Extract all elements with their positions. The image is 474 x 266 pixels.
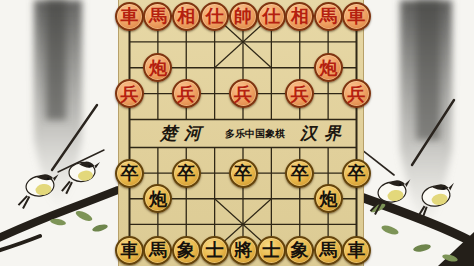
piece-black-advisor[interactable]: 士 bbox=[200, 236, 229, 265]
piece-black-advisor[interactable]: 士 bbox=[257, 236, 286, 265]
piece-black-elephant[interactable]: 象 bbox=[172, 236, 201, 265]
piece-black-horse[interactable]: 馬 bbox=[314, 236, 343, 265]
river-label-chu-he: 楚河 bbox=[153, 121, 215, 147]
piece-red-soldier[interactable]: 兵 bbox=[115, 79, 144, 108]
right-ink-painting bbox=[364, 0, 474, 266]
left-ink-painting-svg bbox=[0, 0, 118, 266]
piece-red-chariot[interactable]: 車 bbox=[342, 2, 371, 31]
piece-red-elephant[interactable]: 相 bbox=[285, 2, 314, 31]
piece-black-horse[interactable]: 馬 bbox=[143, 236, 172, 265]
piece-red-soldier[interactable]: 兵 bbox=[229, 79, 258, 108]
piece-black-soldier[interactable]: 卒 bbox=[115, 159, 144, 188]
piece-red-cannon[interactable]: 炮 bbox=[314, 53, 343, 82]
right-ink-painting-svg bbox=[364, 0, 474, 266]
piece-black-cannon[interactable]: 炮 bbox=[314, 184, 343, 213]
piece-red-soldier[interactable]: 兵 bbox=[172, 79, 201, 108]
app-brand-label: 多乐中国象棋 bbox=[217, 126, 293, 142]
piece-black-soldier[interactable]: 卒 bbox=[229, 159, 258, 188]
piece-red-horse[interactable]: 馬 bbox=[314, 2, 343, 31]
app-window: 楚河 多乐中国象棋 汉界 車馬相仕帥仕相馬車炮炮兵兵兵兵兵卒卒卒卒卒炮炮車馬象士… bbox=[0, 0, 474, 266]
piece-red-horse[interactable]: 馬 bbox=[143, 2, 172, 31]
piece-black-chariot[interactable]: 車 bbox=[342, 236, 371, 265]
left-ink-painting bbox=[0, 0, 118, 266]
piece-red-elephant[interactable]: 相 bbox=[172, 2, 201, 31]
piece-red-chariot[interactable]: 車 bbox=[115, 2, 144, 31]
piece-red-soldier[interactable]: 兵 bbox=[342, 79, 371, 108]
river-label-han-jie: 汉界 bbox=[295, 121, 353, 147]
piece-black-soldier[interactable]: 卒 bbox=[172, 159, 201, 188]
piece-black-soldier[interactable]: 卒 bbox=[342, 159, 371, 188]
piece-black-general[interactable]: 將 bbox=[229, 236, 258, 265]
piece-red-advisor[interactable]: 仕 bbox=[257, 2, 286, 31]
xiangqi-board[interactable]: 楚河 多乐中国象棋 汉界 車馬相仕帥仕相馬車炮炮兵兵兵兵兵卒卒卒卒卒炮炮車馬象士… bbox=[118, 0, 364, 266]
piece-black-soldier[interactable]: 卒 bbox=[285, 159, 314, 188]
piece-red-general[interactable]: 帥 bbox=[229, 2, 258, 31]
piece-black-chariot[interactable]: 車 bbox=[115, 236, 144, 265]
piece-red-advisor[interactable]: 仕 bbox=[200, 2, 229, 31]
piece-black-elephant[interactable]: 象 bbox=[285, 236, 314, 265]
